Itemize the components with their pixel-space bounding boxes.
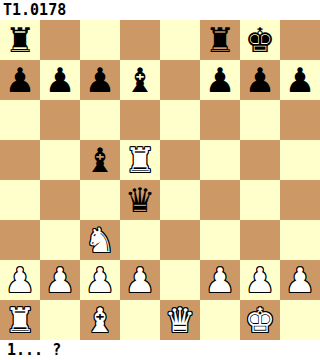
square-g4[interactable] [240, 180, 280, 220]
square-a5[interactable] [0, 140, 40, 180]
square-g6[interactable] [240, 100, 280, 140]
square-c7[interactable]: ♟ [80, 60, 120, 100]
black-rook-piece: ♜ [5, 20, 35, 60]
square-f3[interactable] [200, 220, 240, 260]
square-h4[interactable] [280, 180, 320, 220]
black-bishop-piece: ♝ [85, 140, 115, 180]
square-d1[interactable] [120, 300, 160, 340]
square-h2[interactable]: ♟ [280, 260, 320, 300]
white-queen-piece: ♛ [165, 300, 195, 340]
square-e6[interactable] [160, 100, 200, 140]
black-king-piece: ♚ [245, 20, 275, 60]
white-pawn-piece: ♟ [285, 260, 315, 300]
square-d6[interactable] [120, 100, 160, 140]
square-a2[interactable]: ♟ [0, 260, 40, 300]
black-pawn-piece: ♟ [45, 60, 75, 100]
square-b5[interactable] [40, 140, 80, 180]
black-pawn-piece: ♟ [85, 60, 115, 100]
square-g3[interactable] [240, 220, 280, 260]
square-e7[interactable] [160, 60, 200, 100]
square-b7[interactable]: ♟ [40, 60, 80, 100]
square-c5[interactable]: ♝ [80, 140, 120, 180]
white-pawn-piece: ♟ [245, 260, 275, 300]
square-g2[interactable]: ♟ [240, 260, 280, 300]
square-g8[interactable]: ♚ [240, 20, 280, 60]
square-e2[interactable] [160, 260, 200, 300]
square-a3[interactable] [0, 220, 40, 260]
square-f5[interactable] [200, 140, 240, 180]
white-pawn-piece: ♟ [5, 260, 35, 300]
square-g1[interactable]: ♚ [240, 300, 280, 340]
square-c4[interactable] [80, 180, 120, 220]
square-h1[interactable] [280, 300, 320, 340]
square-a4[interactable] [0, 180, 40, 220]
square-c3[interactable]: ♞ [80, 220, 120, 260]
caption-bar: 1... ? [0, 340, 320, 360]
square-c1[interactable]: ♝ [80, 300, 120, 340]
square-f8[interactable]: ♜ [200, 20, 240, 60]
square-h8[interactable] [280, 20, 320, 60]
square-a1[interactable]: ♜ [0, 300, 40, 340]
square-d3[interactable] [120, 220, 160, 260]
square-e5[interactable] [160, 140, 200, 180]
square-e1[interactable]: ♛ [160, 300, 200, 340]
white-pawn-piece: ♟ [45, 260, 75, 300]
square-h6[interactable] [280, 100, 320, 140]
square-g5[interactable] [240, 140, 280, 180]
square-f1[interactable] [200, 300, 240, 340]
square-d5[interactable]: ♜ [120, 140, 160, 180]
square-g7[interactable]: ♟ [240, 60, 280, 100]
white-pawn-piece: ♟ [85, 260, 115, 300]
square-e4[interactable] [160, 180, 200, 220]
square-a7[interactable]: ♟ [0, 60, 40, 100]
square-d7[interactable]: ♝ [120, 60, 160, 100]
title-bar: T1.0178 [0, 0, 320, 20]
move-prompt-label: 1... ? [7, 341, 61, 359]
square-a6[interactable] [0, 100, 40, 140]
square-b6[interactable] [40, 100, 80, 140]
black-pawn-piece: ♟ [285, 60, 315, 100]
square-d4[interactable]: ♛ [120, 180, 160, 220]
square-h5[interactable] [280, 140, 320, 180]
square-b2[interactable]: ♟ [40, 260, 80, 300]
black-queen-piece: ♛ [125, 180, 155, 220]
black-pawn-piece: ♟ [5, 60, 35, 100]
square-d8[interactable] [120, 20, 160, 60]
square-b8[interactable] [40, 20, 80, 60]
square-h3[interactable] [280, 220, 320, 260]
square-d2[interactable]: ♟ [120, 260, 160, 300]
black-pawn-piece: ♟ [205, 60, 235, 100]
square-b4[interactable] [40, 180, 80, 220]
square-e3[interactable] [160, 220, 200, 260]
white-king-piece: ♚ [245, 300, 275, 340]
square-f6[interactable] [200, 100, 240, 140]
white-pawn-piece: ♟ [125, 260, 155, 300]
square-f4[interactable] [200, 180, 240, 220]
white-knight-piece: ♞ [85, 220, 115, 260]
white-pawn-piece: ♟ [205, 260, 235, 300]
square-h7[interactable]: ♟ [280, 60, 320, 100]
black-bishop-piece: ♝ [125, 60, 155, 100]
square-c6[interactable] [80, 100, 120, 140]
square-c8[interactable] [80, 20, 120, 60]
white-bishop-piece: ♝ [85, 300, 115, 340]
square-a8[interactable]: ♜ [0, 20, 40, 60]
white-rook-piece: ♜ [5, 300, 35, 340]
square-c2[interactable]: ♟ [80, 260, 120, 300]
black-rook-piece: ♜ [205, 20, 235, 60]
white-rook-piece: ♜ [125, 140, 155, 180]
square-b1[interactable] [40, 300, 80, 340]
puzzle-id-label: T1.0178 [3, 1, 66, 19]
chess-board: ♜♜♚♟♟♟♝♟♟♟♝♜♛♞♟♟♟♟♟♟♟♜♝♛♚ [0, 20, 320, 340]
square-b3[interactable] [40, 220, 80, 260]
black-pawn-piece: ♟ [245, 60, 275, 100]
square-f2[interactable]: ♟ [200, 260, 240, 300]
chess-puzzle-window: T1.0178 ♜♜♚♟♟♟♝♟♟♟♝♜♛♞♟♟♟♟♟♟♟♜♝♛♚ 1... ? [0, 0, 320, 360]
square-e8[interactable] [160, 20, 200, 60]
square-f7[interactable]: ♟ [200, 60, 240, 100]
